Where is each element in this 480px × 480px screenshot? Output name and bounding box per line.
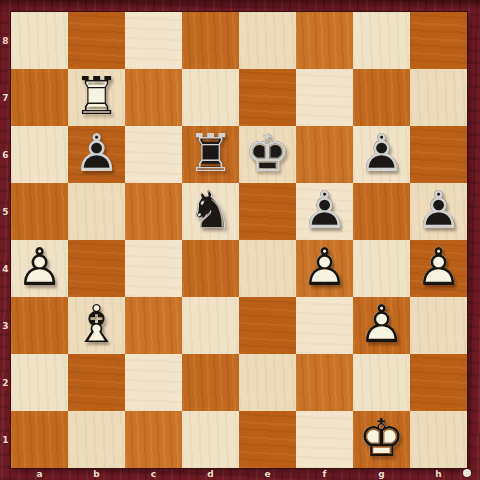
square-h8[interactable]	[410, 12, 467, 69]
black-knight-outline-glyph: ♘	[182, 182, 239, 239]
square-g7[interactable]	[353, 69, 410, 126]
square-f7[interactable]	[296, 69, 353, 126]
square-g4[interactable]	[353, 240, 410, 297]
black-pawn-outline-glyph: ♙	[353, 125, 410, 182]
square-a4[interactable]: ♟♙	[11, 240, 68, 297]
chess-board: ♜♖♟♙♜♖♚♔♟♙♞♘♟♙♟♙♟♙♟♙♟♙♝♗♟♙♚♔	[11, 12, 467, 468]
file-label-c: c	[125, 468, 182, 480]
square-d3[interactable]	[182, 297, 239, 354]
rank-label-1: 1	[0, 411, 11, 468]
file-label-e: e	[239, 468, 296, 480]
square-b1[interactable]	[68, 411, 125, 468]
white-bishop-outline-glyph: ♗	[68, 296, 125, 353]
piece-white-pawn[interactable]: ♟♙	[11, 240, 68, 297]
piece-black-pawn[interactable]: ♟♙	[353, 126, 410, 183]
square-b7[interactable]: ♜♖	[68, 69, 125, 126]
white-pawn-outline-glyph: ♙	[410, 239, 467, 296]
square-b5[interactable]	[68, 183, 125, 240]
square-a1[interactable]	[11, 411, 68, 468]
rank-label-2: 2	[0, 354, 11, 411]
square-h3[interactable]	[410, 297, 467, 354]
white-pawn-outline-glyph: ♙	[11, 239, 68, 296]
square-g5[interactable]	[353, 183, 410, 240]
square-h6[interactable]	[410, 126, 467, 183]
black-pawn-outline-glyph: ♙	[296, 182, 353, 239]
black-pawn-outline-glyph: ♙	[68, 125, 125, 182]
square-e7[interactable]	[239, 69, 296, 126]
square-c7[interactable]	[125, 69, 182, 126]
square-e1[interactable]	[239, 411, 296, 468]
rank-label-7: 7	[0, 69, 11, 126]
rank-label-3: 3	[0, 297, 11, 354]
square-f1[interactable]	[296, 411, 353, 468]
file-label-h: h	[410, 468, 467, 480]
square-c6[interactable]	[125, 126, 182, 183]
piece-black-knight[interactable]: ♞♘	[182, 183, 239, 240]
piece-black-rook[interactable]: ♜♖	[182, 126, 239, 183]
piece-white-pawn[interactable]: ♟♙	[353, 297, 410, 354]
square-e5[interactable]	[239, 183, 296, 240]
file-label-b: b	[68, 468, 125, 480]
square-e2[interactable]	[239, 354, 296, 411]
piece-white-bishop[interactable]: ♝♗	[68, 297, 125, 354]
square-a7[interactable]	[11, 69, 68, 126]
square-f8[interactable]	[296, 12, 353, 69]
square-f4[interactable]: ♟♙	[296, 240, 353, 297]
square-e8[interactable]	[239, 12, 296, 69]
rank-label-6: 6	[0, 126, 11, 183]
square-b4[interactable]	[68, 240, 125, 297]
square-e3[interactable]	[239, 297, 296, 354]
file-label-a: a	[11, 468, 68, 480]
rank-label-8: 8	[0, 12, 11, 69]
square-g6[interactable]: ♟♙	[353, 126, 410, 183]
square-a6[interactable]	[11, 126, 68, 183]
white-king-outline-glyph: ♔	[353, 410, 410, 467]
square-c1[interactable]	[125, 411, 182, 468]
square-h2[interactable]	[410, 354, 467, 411]
square-e6[interactable]: ♚♔	[239, 126, 296, 183]
board-frame: ♜♖♟♙♜♖♚♔♟♙♞♘♟♙♟♙♟♙♟♙♟♙♝♗♟♙♚♔ 87654321 ab…	[0, 0, 480, 480]
black-king-outline-glyph: ♔	[239, 125, 296, 182]
piece-black-pawn[interactable]: ♟♙	[410, 183, 467, 240]
black-rook-outline-glyph: ♖	[182, 125, 239, 182]
square-b8[interactable]	[68, 12, 125, 69]
square-f2[interactable]	[296, 354, 353, 411]
square-c2[interactable]	[125, 354, 182, 411]
piece-white-pawn[interactable]: ♟♙	[296, 240, 353, 297]
square-h1[interactable]	[410, 411, 467, 468]
square-d1[interactable]	[182, 411, 239, 468]
square-d8[interactable]	[182, 12, 239, 69]
square-d4[interactable]	[182, 240, 239, 297]
white-pawn-outline-glyph: ♙	[353, 296, 410, 353]
square-d6[interactable]: ♜♖	[182, 126, 239, 183]
piece-white-king[interactable]: ♚♔	[353, 411, 410, 468]
square-e4[interactable]	[239, 240, 296, 297]
black-pawn-outline-glyph: ♙	[410, 182, 467, 239]
square-a8[interactable]	[11, 12, 68, 69]
square-b3[interactable]: ♝♗	[68, 297, 125, 354]
square-b2[interactable]	[68, 354, 125, 411]
square-g8[interactable]	[353, 12, 410, 69]
piece-black-pawn[interactable]: ♟♙	[296, 183, 353, 240]
rank-label-4: 4	[0, 240, 11, 297]
square-f5[interactable]: ♟♙	[296, 183, 353, 240]
square-a2[interactable]	[11, 354, 68, 411]
square-d2[interactable]	[182, 354, 239, 411]
piece-white-rook[interactable]: ♜♖	[68, 69, 125, 126]
square-f3[interactable]	[296, 297, 353, 354]
square-d5[interactable]: ♞♘	[182, 183, 239, 240]
piece-black-pawn[interactable]: ♟♙	[68, 126, 125, 183]
square-h5[interactable]: ♟♙	[410, 183, 467, 240]
piece-white-pawn[interactable]: ♟♙	[410, 240, 467, 297]
file-label-f: f	[296, 468, 353, 480]
square-c3[interactable]	[125, 297, 182, 354]
square-b6[interactable]: ♟♙	[68, 126, 125, 183]
square-h4[interactable]: ♟♙	[410, 240, 467, 297]
square-c4[interactable]	[125, 240, 182, 297]
square-c8[interactable]	[125, 12, 182, 69]
square-a3[interactable]	[11, 297, 68, 354]
square-f6[interactable]	[296, 126, 353, 183]
square-g3[interactable]: ♟♙	[353, 297, 410, 354]
file-label-d: d	[182, 468, 239, 480]
rank-label-5: 5	[0, 183, 11, 240]
square-d7[interactable]	[182, 69, 239, 126]
white-pawn-outline-glyph: ♙	[296, 239, 353, 296]
piece-black-king[interactable]: ♚♔	[239, 126, 296, 183]
square-a5[interactable]	[11, 183, 68, 240]
square-c5[interactable]	[125, 183, 182, 240]
white-rook-outline-glyph: ♖	[68, 68, 125, 125]
square-h7[interactable]	[410, 69, 467, 126]
square-g2[interactable]	[353, 354, 410, 411]
side-to-move-indicator	[463, 469, 471, 477]
square-g1[interactable]: ♚♔	[353, 411, 410, 468]
file-label-g: g	[353, 468, 410, 480]
